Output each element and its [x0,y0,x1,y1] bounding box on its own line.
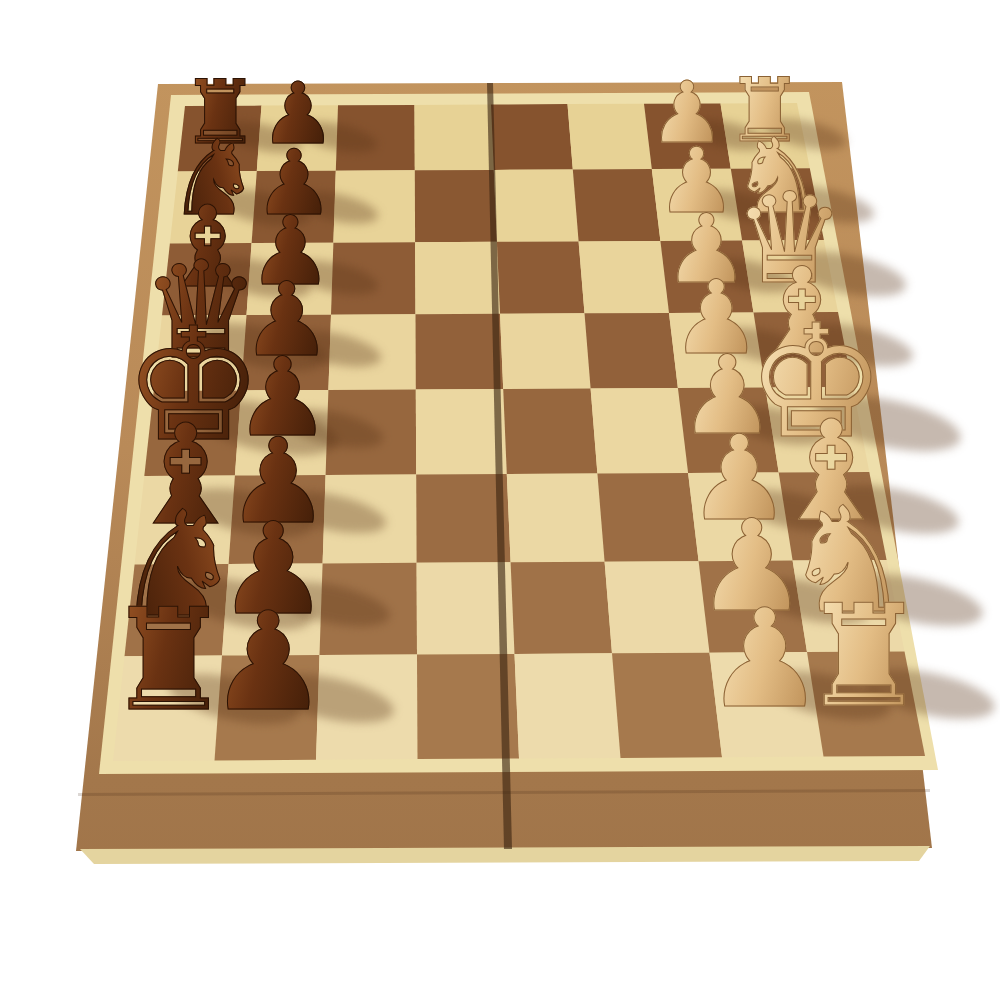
dark-pawn-a7[interactable]: ♟ [200,594,336,730]
chessboard-product-photo: ♜♞♝♛♚♝♞♜♟♟♟♟♟♟♟♟♟♟♟♟♟♟♟♟♜♞♛♝♚♝♞♜ [0,0,1000,1000]
pieces-layer: ♜♞♝♛♚♝♞♜♟♟♟♟♟♟♟♟♟♟♟♟♟♟♟♟♜♞♛♝♚♝♞♜ [0,0,1000,1000]
light-rook-a1[interactable]: ♜ [794,586,935,727]
